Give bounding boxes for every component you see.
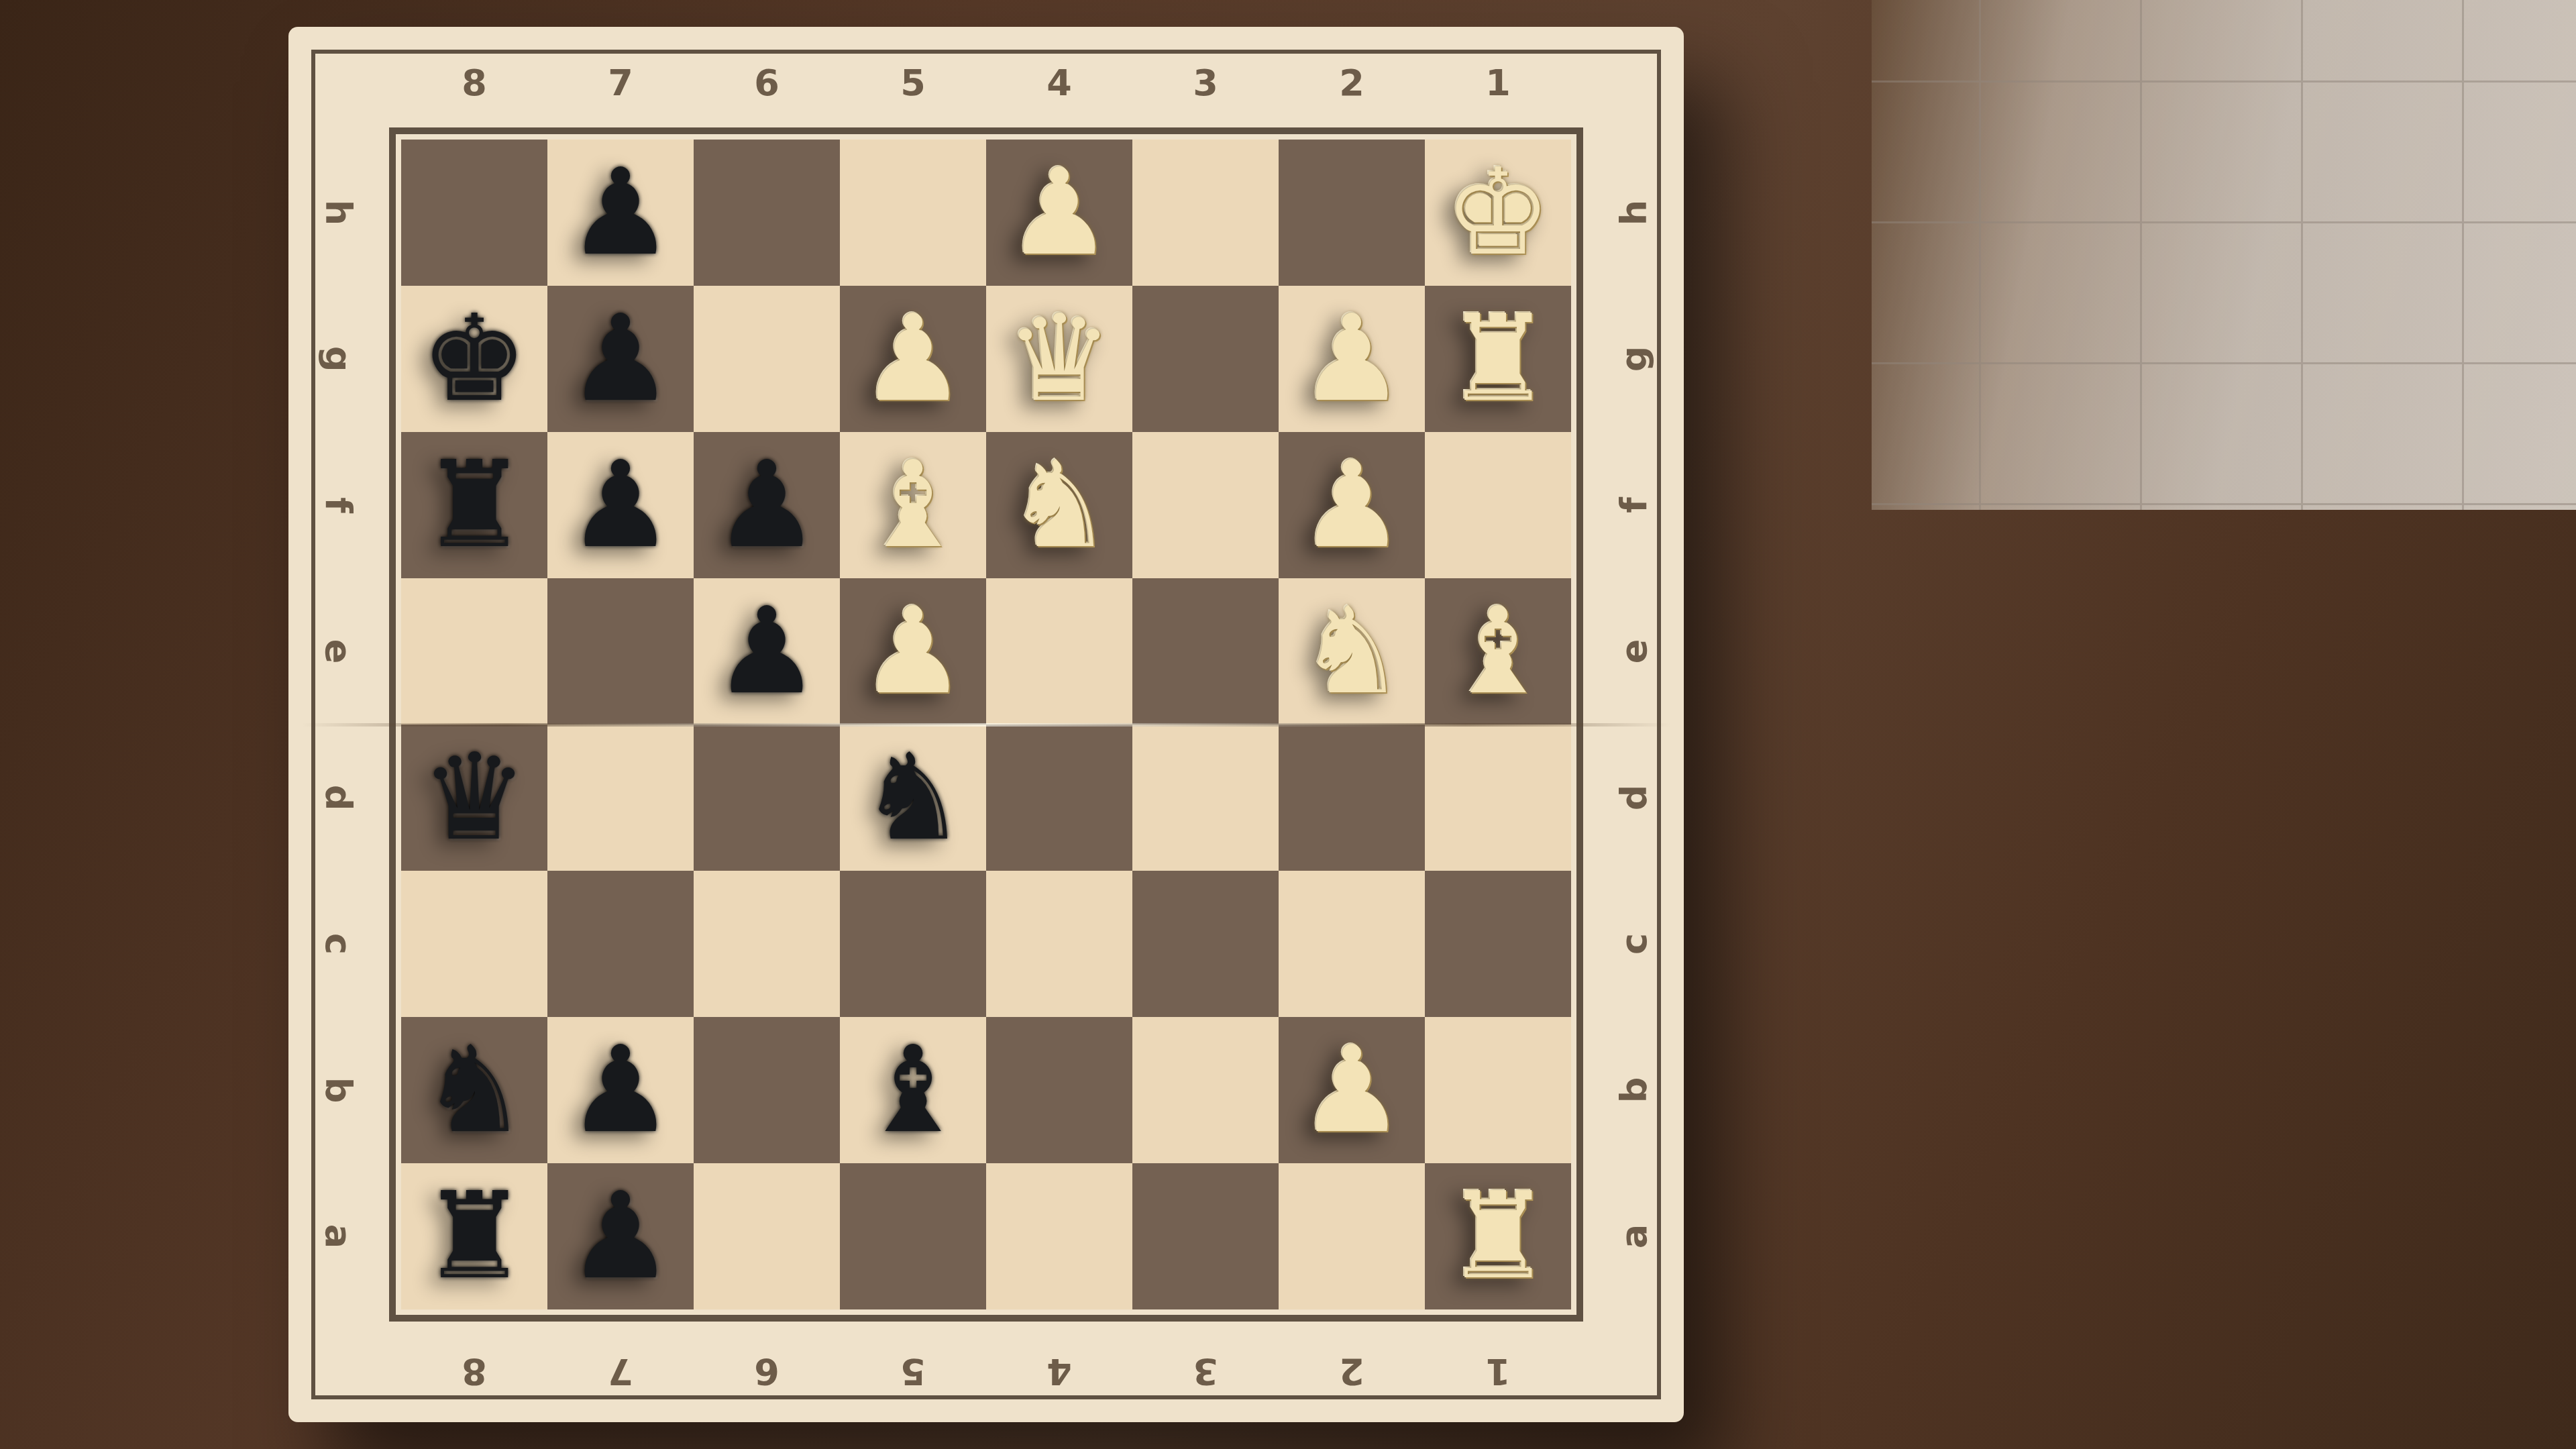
coord-label-8-numtop: 8 bbox=[401, 32, 547, 133]
square-a4[interactable] bbox=[986, 1163, 1132, 1309]
coord-label-c-letr: c bbox=[1560, 894, 1707, 994]
black-bishop-b5[interactable]: ♝ bbox=[859, 1030, 967, 1150]
coord-label-e-letl: e bbox=[266, 601, 412, 702]
square-g8[interactable]: ♚ bbox=[401, 286, 547, 432]
square-e5[interactable]: ♟ bbox=[840, 578, 986, 724]
white-pawn-h4[interactable]: ♟ bbox=[1006, 153, 1113, 272]
square-e6[interactable]: ♟ bbox=[694, 578, 840, 724]
square-a5[interactable] bbox=[840, 1163, 986, 1309]
coord-label-3-numbot: 3 bbox=[1132, 1322, 1279, 1422]
coord-label-g-letl: g bbox=[266, 309, 412, 409]
square-f2[interactable]: ♟ bbox=[1279, 432, 1425, 578]
coord-label-7-numbot: 7 bbox=[547, 1322, 694, 1422]
coord-label-7-numtop: 7 bbox=[547, 32, 694, 133]
coord-label-1-numtop: 1 bbox=[1425, 32, 1571, 133]
black-queen-d8[interactable]: ♛ bbox=[421, 738, 528, 857]
coord-label-a-letl: a bbox=[266, 1186, 412, 1287]
coord-label-6-numbot: 6 bbox=[694, 1322, 840, 1422]
coord-label-b-letr: b bbox=[1560, 1040, 1707, 1140]
chess-board: ♟♟♚♚♟♟♛♟♜♜♟♟♝♞♟♟♟♞♝♛♞♞♟♝♟♜♟♜ 87654321876… bbox=[288, 27, 1684, 1422]
square-f5[interactable]: ♝ bbox=[840, 432, 986, 578]
square-f4[interactable]: ♞ bbox=[986, 432, 1132, 578]
square-b5[interactable]: ♝ bbox=[840, 1017, 986, 1163]
coord-label-d-letr: d bbox=[1560, 747, 1707, 848]
coord-label-g-letr: g bbox=[1560, 309, 1707, 409]
square-e4[interactable] bbox=[986, 578, 1132, 724]
coord-label-b-letl: b bbox=[266, 1040, 412, 1140]
square-a7[interactable]: ♟ bbox=[547, 1163, 694, 1309]
coord-label-c-letl: c bbox=[266, 894, 412, 994]
black-knight-b8[interactable]: ♞ bbox=[421, 1030, 528, 1150]
white-pawn-f2[interactable]: ♟ bbox=[1298, 445, 1405, 565]
coord-label-h-letr: h bbox=[1560, 162, 1707, 263]
coord-label-2-numtop: 2 bbox=[1279, 32, 1425, 133]
square-g4[interactable]: ♛ bbox=[986, 286, 1132, 432]
black-pawn-f7[interactable]: ♟ bbox=[567, 445, 674, 565]
coord-label-5-numbot: 5 bbox=[840, 1322, 986, 1422]
white-knight-f4[interactable]: ♞ bbox=[1006, 445, 1113, 565]
coord-label-2-numbot: 2 bbox=[1279, 1322, 1425, 1422]
coord-label-4-numtop: 4 bbox=[986, 32, 1132, 133]
white-bishop-e1[interactable]: ♝ bbox=[1444, 592, 1552, 711]
white-pawn-g5[interactable]: ♟ bbox=[859, 299, 967, 419]
square-h6[interactable] bbox=[694, 140, 840, 286]
square-d7[interactable] bbox=[547, 724, 694, 871]
square-b1[interactable] bbox=[1425, 1017, 1571, 1163]
coord-label-6-numtop: 6 bbox=[694, 32, 840, 133]
white-bishop-f5[interactable]: ♝ bbox=[859, 445, 967, 565]
tiled-floor-background bbox=[1872, 0, 2576, 510]
black-pawn-b7[interactable]: ♟ bbox=[567, 1030, 674, 1150]
black-pawn-e6[interactable]: ♟ bbox=[713, 592, 820, 711]
black-king-g8[interactable]: ♚ bbox=[421, 299, 528, 419]
coord-label-5-numtop: 5 bbox=[840, 32, 986, 133]
coord-label-4-numbot: 4 bbox=[986, 1322, 1132, 1422]
square-h1[interactable]: ♚ bbox=[1425, 140, 1571, 286]
white-king-h1[interactable]: ♚ bbox=[1444, 153, 1552, 272]
white-pawn-g2[interactable]: ♟ bbox=[1298, 299, 1405, 419]
coord-label-h-letl: h bbox=[266, 162, 412, 263]
board-grid: ♟♟♚♚♟♟♛♟♜♜♟♟♝♞♟♟♟♞♝♛♞♞♟♝♟♜♟♜ bbox=[401, 140, 1571, 1309]
square-c6[interactable] bbox=[694, 871, 840, 1017]
square-b7[interactable]: ♟ bbox=[547, 1017, 694, 1163]
black-pawn-h7[interactable]: ♟ bbox=[567, 153, 674, 272]
white-knight-e2[interactable]: ♞ bbox=[1298, 592, 1405, 711]
square-c8[interactable] bbox=[401, 871, 547, 1017]
square-c7[interactable] bbox=[547, 871, 694, 1017]
square-e8[interactable] bbox=[401, 578, 547, 724]
square-e1[interactable]: ♝ bbox=[1425, 578, 1571, 724]
square-c4[interactable] bbox=[986, 871, 1132, 1017]
square-d5[interactable]: ♞ bbox=[840, 724, 986, 871]
square-c2[interactable] bbox=[1279, 871, 1425, 1017]
square-g1[interactable]: ♜ bbox=[1425, 286, 1571, 432]
square-f6[interactable]: ♟ bbox=[694, 432, 840, 578]
square-c5[interactable] bbox=[840, 871, 986, 1017]
black-pawn-g7[interactable]: ♟ bbox=[567, 299, 674, 419]
square-c3[interactable] bbox=[1132, 871, 1279, 1017]
square-b3[interactable] bbox=[1132, 1017, 1279, 1163]
square-h7[interactable]: ♟ bbox=[547, 140, 694, 286]
square-g3[interactable] bbox=[1132, 286, 1279, 432]
square-d1[interactable] bbox=[1425, 724, 1571, 871]
white-pawn-b2[interactable]: ♟ bbox=[1298, 1030, 1405, 1150]
coord-label-8-numbot: 8 bbox=[401, 1322, 547, 1422]
square-b2[interactable]: ♟ bbox=[1279, 1017, 1425, 1163]
white-rook-a1[interactable]: ♜ bbox=[1444, 1177, 1552, 1296]
square-h8[interactable] bbox=[401, 140, 547, 286]
white-rook-g1[interactable]: ♜ bbox=[1444, 299, 1552, 419]
square-d3[interactable] bbox=[1132, 724, 1279, 871]
square-h4[interactable]: ♟ bbox=[986, 140, 1132, 286]
coord-label-3-numtop: 3 bbox=[1132, 32, 1279, 133]
square-g5[interactable]: ♟ bbox=[840, 286, 986, 432]
white-queen-g4[interactable]: ♛ bbox=[1006, 299, 1113, 419]
black-knight-d5[interactable]: ♞ bbox=[859, 738, 967, 857]
square-a2[interactable] bbox=[1279, 1163, 1425, 1309]
coord-label-f-letr: f bbox=[1560, 455, 1707, 555]
square-b4[interactable] bbox=[986, 1017, 1132, 1163]
coord-label-d-letl: d bbox=[266, 747, 412, 848]
square-d6[interactable] bbox=[694, 724, 840, 871]
coord-label-f-letl: f bbox=[266, 455, 412, 555]
square-e7[interactable] bbox=[547, 578, 694, 724]
square-f3[interactable] bbox=[1132, 432, 1279, 578]
coord-label-a-letr: a bbox=[1560, 1186, 1707, 1287]
coord-label-1-numbot: 1 bbox=[1425, 1322, 1571, 1422]
white-pawn-e5[interactable]: ♟ bbox=[859, 592, 967, 711]
square-d4[interactable] bbox=[986, 724, 1132, 871]
square-a8[interactable]: ♜ bbox=[401, 1163, 547, 1309]
square-h3[interactable] bbox=[1132, 140, 1279, 286]
square-a3[interactable] bbox=[1132, 1163, 1279, 1309]
square-d2[interactable] bbox=[1279, 724, 1425, 871]
square-g6[interactable] bbox=[694, 286, 840, 432]
square-g7[interactable]: ♟ bbox=[547, 286, 694, 432]
square-h2[interactable] bbox=[1279, 140, 1425, 286]
black-pawn-a7[interactable]: ♟ bbox=[567, 1177, 674, 1296]
square-c1[interactable] bbox=[1425, 871, 1571, 1017]
square-e3[interactable] bbox=[1132, 578, 1279, 724]
square-b8[interactable]: ♞ bbox=[401, 1017, 547, 1163]
square-b6[interactable] bbox=[694, 1017, 840, 1163]
black-rook-f8[interactable]: ♜ bbox=[421, 445, 528, 565]
square-g2[interactable]: ♟ bbox=[1279, 286, 1425, 432]
square-h5[interactable] bbox=[840, 140, 986, 286]
square-f7[interactable]: ♟ bbox=[547, 432, 694, 578]
black-rook-a8[interactable]: ♜ bbox=[421, 1177, 528, 1296]
black-pawn-f6[interactable]: ♟ bbox=[713, 445, 820, 565]
square-a6[interactable] bbox=[694, 1163, 840, 1309]
square-e2[interactable]: ♞ bbox=[1279, 578, 1425, 724]
square-a1[interactable]: ♜ bbox=[1425, 1163, 1571, 1309]
square-d8[interactable]: ♛ bbox=[401, 724, 547, 871]
coord-label-e-letr: e bbox=[1560, 601, 1707, 702]
square-f8[interactable]: ♜ bbox=[401, 432, 547, 578]
square-f1[interactable] bbox=[1425, 432, 1571, 578]
